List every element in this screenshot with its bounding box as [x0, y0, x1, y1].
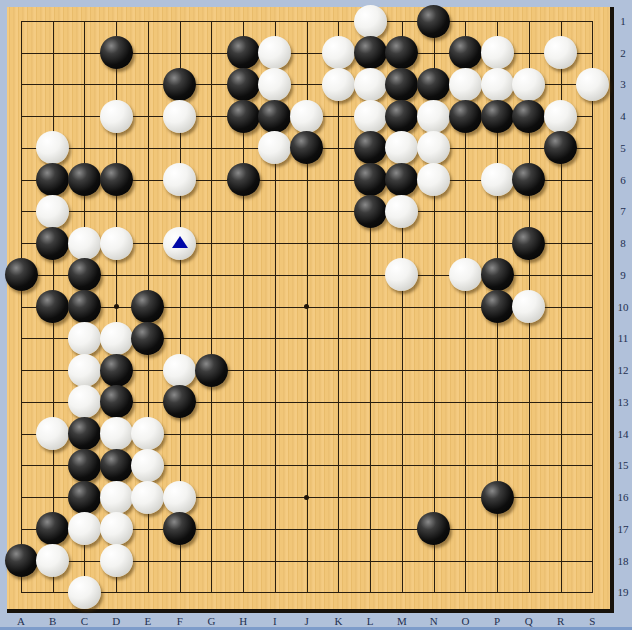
row-label: 12	[614, 363, 632, 377]
row-label: 2	[614, 46, 632, 60]
stone-black	[512, 227, 545, 260]
stone-white	[36, 131, 69, 164]
stone-white	[258, 68, 291, 101]
stone-white	[68, 354, 101, 387]
column-label: D	[106, 615, 126, 628]
grid-line	[338, 21, 339, 593]
row-label: 5	[614, 141, 632, 155]
column-label: C	[74, 615, 94, 628]
stone-black	[36, 227, 69, 260]
column-label: E	[138, 615, 158, 628]
stone-white	[68, 227, 101, 260]
stone-black	[449, 36, 482, 69]
column-label: J	[297, 615, 317, 628]
stone-white	[417, 131, 450, 164]
row-label: 14	[614, 427, 632, 441]
stone-white	[163, 100, 196, 133]
stone-black	[544, 131, 577, 164]
row-label: 9	[614, 268, 632, 282]
grid-line	[21, 592, 593, 593]
stone-black	[5, 258, 38, 291]
stone-black	[163, 512, 196, 545]
stone-white	[68, 512, 101, 545]
last-move-triangle-marker	[172, 236, 188, 248]
stone-black	[227, 68, 260, 101]
stone-white	[131, 449, 164, 482]
stone-white	[354, 68, 387, 101]
stone-white	[36, 417, 69, 450]
column-label: A	[11, 615, 31, 628]
stone-white	[481, 68, 514, 101]
stone-white	[354, 100, 387, 133]
stone-white	[354, 5, 387, 38]
stone-black	[100, 354, 133, 387]
stone-white	[100, 227, 133, 260]
grid-line	[592, 21, 593, 593]
stone-white	[481, 163, 514, 196]
stone-white	[100, 417, 133, 450]
stone-black	[227, 163, 260, 196]
stone-white	[100, 544, 133, 577]
stone-white	[163, 163, 196, 196]
stone-black	[68, 481, 101, 514]
stone-white	[385, 195, 418, 228]
stone-white	[544, 100, 577, 133]
stone-black	[417, 68, 450, 101]
stone-black	[258, 100, 291, 133]
column-label: F	[170, 615, 190, 628]
stone-black	[385, 163, 418, 196]
stone-black	[385, 100, 418, 133]
stone-black	[68, 449, 101, 482]
stone-black	[417, 512, 450, 545]
column-label: M	[392, 615, 412, 628]
stone-black	[36, 512, 69, 545]
stone-black	[36, 290, 69, 323]
row-label: 1	[614, 14, 632, 28]
stone-black	[354, 195, 387, 228]
row-label: 11	[614, 331, 632, 345]
stone-black	[68, 258, 101, 291]
column-label: L	[360, 615, 380, 628]
stone-black	[68, 163, 101, 196]
stone-black	[100, 163, 133, 196]
star-point	[304, 495, 309, 500]
stone-black	[100, 449, 133, 482]
stone-white	[258, 36, 291, 69]
stone-white	[131, 417, 164, 450]
stone-black	[163, 68, 196, 101]
stone-white	[100, 100, 133, 133]
stone-white	[163, 227, 196, 260]
row-label: 8	[614, 236, 632, 250]
stone-white	[385, 258, 418, 291]
stone-white	[544, 36, 577, 69]
stone-white	[68, 385, 101, 418]
stone-black	[512, 100, 545, 133]
stone-black	[290, 131, 323, 164]
stone-white	[100, 481, 133, 514]
stone-black	[131, 322, 164, 355]
column-label: B	[43, 615, 63, 628]
stone-black	[131, 290, 164, 323]
stone-white	[512, 68, 545, 101]
stone-black	[68, 417, 101, 450]
column-label: K	[328, 615, 348, 628]
stone-black	[100, 385, 133, 418]
stone-white	[68, 576, 101, 609]
stone-white	[163, 354, 196, 387]
column-label: P	[487, 615, 507, 628]
stone-black	[354, 163, 387, 196]
column-label: S	[582, 615, 602, 628]
stone-black	[100, 36, 133, 69]
stone-black	[195, 354, 228, 387]
stone-black	[481, 481, 514, 514]
stone-white	[290, 100, 323, 133]
column-label: G	[201, 615, 221, 628]
star-point	[114, 304, 119, 309]
row-label: 18	[614, 554, 632, 568]
row-label: 16	[614, 490, 632, 504]
row-label: 15	[614, 458, 632, 472]
stone-white	[512, 290, 545, 323]
stone-white	[385, 131, 418, 164]
stone-black	[481, 100, 514, 133]
row-label: 6	[614, 173, 632, 187]
stone-black	[481, 290, 514, 323]
row-label: 10	[614, 300, 632, 314]
stone-black	[163, 385, 196, 418]
goban-frame: 12345678910111213141516171819 ABCDEFGHIJ…	[0, 0, 632, 630]
star-point	[304, 304, 309, 309]
column-label: I	[265, 615, 285, 628]
column-label: H	[233, 615, 253, 628]
column-label: N	[424, 615, 444, 628]
go-board[interactable]	[7, 7, 614, 613]
stone-white	[417, 100, 450, 133]
stone-white	[68, 322, 101, 355]
stone-black	[36, 163, 69, 196]
stone-white	[100, 512, 133, 545]
row-label: 17	[614, 522, 632, 536]
stone-black	[227, 100, 260, 133]
row-label: 7	[614, 204, 632, 218]
stone-white	[576, 68, 609, 101]
stone-black	[481, 258, 514, 291]
row-label: 3	[614, 77, 632, 91]
stone-white	[163, 481, 196, 514]
stone-black	[227, 36, 260, 69]
stone-white	[481, 36, 514, 69]
stone-black	[512, 163, 545, 196]
stone-black	[354, 36, 387, 69]
stone-black	[385, 36, 418, 69]
row-label: 19	[614, 585, 632, 599]
stone-white	[36, 544, 69, 577]
stone-black	[68, 290, 101, 323]
stone-white	[36, 195, 69, 228]
stone-black	[354, 131, 387, 164]
stone-white	[100, 322, 133, 355]
column-label: O	[455, 615, 475, 628]
column-label: Q	[519, 615, 539, 628]
stone-black	[449, 100, 482, 133]
stone-black	[385, 68, 418, 101]
stone-white	[322, 36, 355, 69]
stone-white	[449, 258, 482, 291]
stone-white	[417, 163, 450, 196]
stone-white	[449, 68, 482, 101]
stone-white	[131, 481, 164, 514]
stone-white	[322, 68, 355, 101]
row-label: 13	[614, 395, 632, 409]
column-label: R	[551, 615, 571, 628]
stone-white	[258, 131, 291, 164]
stone-black	[5, 544, 38, 577]
row-label: 4	[614, 109, 632, 123]
stone-black	[417, 5, 450, 38]
